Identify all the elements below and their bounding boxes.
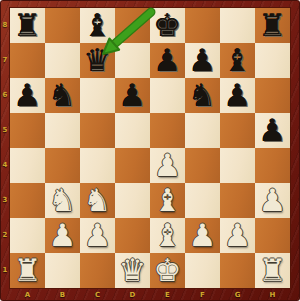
square-d5[interactable] xyxy=(115,113,150,148)
piece-white-bishop[interactable]: ♝ xyxy=(154,218,182,253)
square-g6[interactable]: ♟ xyxy=(220,78,255,113)
square-f5[interactable] xyxy=(185,113,220,148)
square-d1[interactable]: ♛ xyxy=(115,253,150,288)
chess-board: ♜♝♚♜♛♟♟♝♟♞♟♞♟♟♟♞♞♝♟♟♟♝♟♟♜♛♚♜ xyxy=(10,8,290,288)
square-c4[interactable] xyxy=(80,148,115,183)
square-a3[interactable] xyxy=(10,183,45,218)
square-g5[interactable] xyxy=(220,113,255,148)
square-d6[interactable]: ♟ xyxy=(115,78,150,113)
file-label-b: B xyxy=(45,289,80,301)
square-e6[interactable] xyxy=(150,78,185,113)
square-e3[interactable]: ♝ xyxy=(150,183,185,218)
square-a2[interactable] xyxy=(10,218,45,253)
rank-label-8: 8 xyxy=(0,8,10,43)
file-label-a: A xyxy=(10,289,45,301)
piece-black-pawn[interactable]: ♟ xyxy=(14,78,42,113)
piece-white-queen[interactable]: ♛ xyxy=(119,253,147,288)
square-d4[interactable] xyxy=(115,148,150,183)
square-h1[interactable]: ♜ xyxy=(255,253,290,288)
square-g4[interactable] xyxy=(220,148,255,183)
piece-white-pawn[interactable]: ♟ xyxy=(49,218,77,253)
piece-black-knight[interactable]: ♞ xyxy=(49,78,77,113)
file-label-f: F xyxy=(185,289,220,301)
square-d3[interactable] xyxy=(115,183,150,218)
rank-label-2: 2 xyxy=(0,218,10,253)
piece-black-pawn[interactable]: ♟ xyxy=(154,43,182,78)
square-e2[interactable]: ♝ xyxy=(150,218,185,253)
square-f8[interactable] xyxy=(185,8,220,43)
square-b8[interactable] xyxy=(45,8,80,43)
piece-white-pawn[interactable]: ♟ xyxy=(189,218,217,253)
piece-black-bishop[interactable]: ♝ xyxy=(84,8,112,43)
square-g2[interactable]: ♟ xyxy=(220,218,255,253)
square-f2[interactable]: ♟ xyxy=(185,218,220,253)
square-h2[interactable] xyxy=(255,218,290,253)
rank-label-1: 1 xyxy=(0,253,10,288)
piece-white-bishop[interactable]: ♝ xyxy=(154,183,182,218)
file-label-c: C xyxy=(80,289,115,301)
square-d8[interactable] xyxy=(115,8,150,43)
square-a5[interactable] xyxy=(10,113,45,148)
square-h7[interactable] xyxy=(255,43,290,78)
chess-board-window: ♜♝♚♜♛♟♟♝♟♞♟♞♟♟♟♞♞♝♟♟♟♝♟♟♜♛♚♜ 87654321ABC… xyxy=(0,0,300,301)
square-e1[interactable]: ♚ xyxy=(150,253,185,288)
square-g1[interactable] xyxy=(220,253,255,288)
rank-label-4: 4 xyxy=(0,148,10,183)
piece-black-king[interactable]: ♚ xyxy=(154,8,182,43)
square-a8[interactable]: ♜ xyxy=(10,8,45,43)
piece-white-knight[interactable]: ♞ xyxy=(84,183,112,218)
square-a6[interactable]: ♟ xyxy=(10,78,45,113)
square-c8[interactable]: ♝ xyxy=(80,8,115,43)
piece-white-pawn[interactable]: ♟ xyxy=(224,218,252,253)
square-b4[interactable] xyxy=(45,148,80,183)
piece-white-knight[interactable]: ♞ xyxy=(49,183,77,218)
piece-black-pawn[interactable]: ♟ xyxy=(119,78,147,113)
piece-white-king[interactable]: ♚ xyxy=(154,253,182,288)
file-label-e: E xyxy=(150,289,185,301)
square-c1[interactable] xyxy=(80,253,115,288)
square-c6[interactable] xyxy=(80,78,115,113)
square-h4[interactable] xyxy=(255,148,290,183)
piece-black-bishop[interactable]: ♝ xyxy=(224,43,252,78)
square-h5[interactable]: ♟ xyxy=(255,113,290,148)
square-c2[interactable]: ♟ xyxy=(80,218,115,253)
piece-black-pawn[interactable]: ♟ xyxy=(259,113,287,148)
square-b1[interactable] xyxy=(45,253,80,288)
square-c7[interactable]: ♛ xyxy=(80,43,115,78)
square-f6[interactable]: ♞ xyxy=(185,78,220,113)
piece-white-pawn[interactable]: ♟ xyxy=(154,148,182,183)
square-e7[interactable]: ♟ xyxy=(150,43,185,78)
piece-white-pawn[interactable]: ♟ xyxy=(259,183,287,218)
square-b5[interactable] xyxy=(45,113,80,148)
square-e4[interactable]: ♟ xyxy=(150,148,185,183)
square-f1[interactable] xyxy=(185,253,220,288)
square-b2[interactable]: ♟ xyxy=(45,218,80,253)
piece-white-pawn[interactable]: ♟ xyxy=(84,218,112,253)
piece-black-queen[interactable]: ♛ xyxy=(84,43,112,78)
square-f7[interactable]: ♟ xyxy=(185,43,220,78)
square-d2[interactable] xyxy=(115,218,150,253)
file-label-d: D xyxy=(115,289,150,301)
piece-black-rook[interactable]: ♜ xyxy=(259,8,287,43)
square-h3[interactable]: ♟ xyxy=(255,183,290,218)
square-f3[interactable] xyxy=(185,183,220,218)
piece-white-rook[interactable]: ♜ xyxy=(259,253,287,288)
square-g7[interactable]: ♝ xyxy=(220,43,255,78)
square-a1[interactable]: ♜ xyxy=(10,253,45,288)
square-b3[interactable]: ♞ xyxy=(45,183,80,218)
square-h8[interactable]: ♜ xyxy=(255,8,290,43)
square-e5[interactable] xyxy=(150,113,185,148)
square-c5[interactable] xyxy=(80,113,115,148)
square-a7[interactable] xyxy=(10,43,45,78)
square-c3[interactable]: ♞ xyxy=(80,183,115,218)
piece-black-rook[interactable]: ♜ xyxy=(14,8,42,43)
piece-white-rook[interactable]: ♜ xyxy=(14,253,42,288)
square-b7[interactable] xyxy=(45,43,80,78)
square-g3[interactable] xyxy=(220,183,255,218)
piece-black-knight[interactable]: ♞ xyxy=(189,78,217,113)
file-label-h: H xyxy=(255,289,290,301)
square-a4[interactable] xyxy=(10,148,45,183)
square-h6[interactable] xyxy=(255,78,290,113)
square-g8[interactable] xyxy=(220,8,255,43)
file-label-g: G xyxy=(220,289,255,301)
piece-black-pawn[interactable]: ♟ xyxy=(189,43,217,78)
rank-label-6: 6 xyxy=(0,78,10,113)
rank-label-7: 7 xyxy=(0,43,10,78)
square-d7[interactable] xyxy=(115,43,150,78)
piece-black-pawn[interactable]: ♟ xyxy=(224,78,252,113)
square-b6[interactable]: ♞ xyxy=(45,78,80,113)
rank-label-5: 5 xyxy=(0,113,10,148)
rank-label-3: 3 xyxy=(0,183,10,218)
square-f4[interactable] xyxy=(185,148,220,183)
square-e8[interactable]: ♚ xyxy=(150,8,185,43)
